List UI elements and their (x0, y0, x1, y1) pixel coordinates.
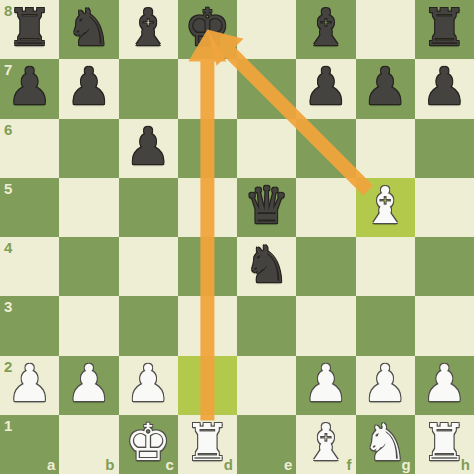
rank-label-6: 6 (4, 121, 12, 138)
piece-white-pawn[interactable]: ♟ (422, 358, 468, 409)
square-f3[interactable] (296, 296, 355, 355)
square-g8[interactable] (356, 0, 415, 59)
square-g7[interactable]: ♟ (356, 59, 415, 118)
piece-black-pawn[interactable]: ♟ (422, 61, 468, 112)
square-f6[interactable] (296, 119, 355, 178)
square-g5[interactable]: ♝ (356, 178, 415, 237)
square-c6[interactable]: ♟ (119, 119, 178, 178)
chess-board[interactable]: 8♜♞♝♚♝♜7♟♟♟♟♟6♟5♛♝4♞32♟♟♟♟♟♟1abc♚d♜ef♝g♞… (0, 0, 474, 474)
square-a2[interactable]: 2♟ (0, 356, 59, 415)
square-e1[interactable]: e (237, 415, 296, 474)
square-h1[interactable]: h♜ (415, 415, 474, 474)
square-h8[interactable]: ♜ (415, 0, 474, 59)
square-b7[interactable]: ♟ (59, 59, 118, 118)
square-a4[interactable]: 4 (0, 237, 59, 296)
file-label-a: a (47, 456, 55, 473)
piece-white-bishop[interactable]: ♝ (362, 180, 408, 231)
piece-black-pawn[interactable]: ♟ (362, 61, 408, 112)
piece-black-king[interactable]: ♚ (185, 2, 231, 53)
file-label-b: b (105, 456, 114, 473)
square-d2[interactable] (178, 356, 237, 415)
piece-black-pawn[interactable]: ♟ (303, 61, 349, 112)
piece-white-rook[interactable]: ♜ (185, 417, 231, 468)
square-d3[interactable] (178, 296, 237, 355)
piece-white-rook[interactable]: ♜ (422, 417, 468, 468)
square-b5[interactable] (59, 178, 118, 237)
square-h2[interactable]: ♟ (415, 356, 474, 415)
square-h3[interactable] (415, 296, 474, 355)
square-f4[interactable] (296, 237, 355, 296)
square-g4[interactable] (356, 237, 415, 296)
square-f7[interactable]: ♟ (296, 59, 355, 118)
square-d4[interactable] (178, 237, 237, 296)
square-b2[interactable]: ♟ (59, 356, 118, 415)
rank-label-1: 1 (4, 417, 12, 434)
piece-white-king[interactable]: ♚ (125, 417, 171, 468)
chess-app: 8♜♞♝♚♝♜7♟♟♟♟♟6♟5♛♝4♞32♟♟♟♟♟♟1abc♚d♜ef♝g♞… (0, 0, 474, 474)
piece-white-bishop[interactable]: ♝ (303, 417, 349, 468)
square-c5[interactable] (119, 178, 178, 237)
square-d5[interactable] (178, 178, 237, 237)
square-c4[interactable] (119, 237, 178, 296)
square-d8[interactable]: ♚ (178, 0, 237, 59)
square-b6[interactable] (59, 119, 118, 178)
square-f5[interactable] (296, 178, 355, 237)
piece-white-knight[interactable]: ♞ (362, 417, 408, 468)
square-b4[interactable] (59, 237, 118, 296)
square-c8[interactable]: ♝ (119, 0, 178, 59)
piece-white-pawn[interactable]: ♟ (7, 358, 53, 409)
square-f2[interactable]: ♟ (296, 356, 355, 415)
piece-white-pawn[interactable]: ♟ (362, 358, 408, 409)
square-e6[interactable] (237, 119, 296, 178)
square-h4[interactable] (415, 237, 474, 296)
square-f8[interactable]: ♝ (296, 0, 355, 59)
square-c1[interactable]: c♚ (119, 415, 178, 474)
piece-black-knight[interactable]: ♞ (244, 239, 290, 290)
piece-white-pawn[interactable]: ♟ (66, 358, 112, 409)
piece-black-queen[interactable]: ♛ (244, 180, 290, 231)
square-f1[interactable]: f♝ (296, 415, 355, 474)
square-h5[interactable] (415, 178, 474, 237)
square-e7[interactable] (237, 59, 296, 118)
square-d7[interactable] (178, 59, 237, 118)
square-e8[interactable] (237, 0, 296, 59)
square-h6[interactable] (415, 119, 474, 178)
rank-label-5: 5 (4, 180, 12, 197)
square-g2[interactable]: ♟ (356, 356, 415, 415)
piece-black-pawn[interactable]: ♟ (66, 61, 112, 112)
piece-black-bishop[interactable]: ♝ (303, 2, 349, 53)
file-label-e: e (284, 456, 292, 473)
piece-black-pawn[interactable]: ♟ (7, 61, 53, 112)
square-a8[interactable]: 8♜ (0, 0, 59, 59)
square-g1[interactable]: g♞ (356, 415, 415, 474)
square-h7[interactable]: ♟ (415, 59, 474, 118)
square-d1[interactable]: d♜ (178, 415, 237, 474)
piece-white-pawn[interactable]: ♟ (125, 358, 171, 409)
square-a1[interactable]: 1a (0, 415, 59, 474)
square-b1[interactable]: b (59, 415, 118, 474)
square-c2[interactable]: ♟ (119, 356, 178, 415)
piece-black-rook[interactable]: ♜ (422, 2, 468, 53)
square-c3[interactable] (119, 296, 178, 355)
piece-black-rook[interactable]: ♜ (7, 2, 53, 53)
square-e4[interactable]: ♞ (237, 237, 296, 296)
square-e2[interactable] (237, 356, 296, 415)
square-a6[interactable]: 6 (0, 119, 59, 178)
piece-black-bishop[interactable]: ♝ (125, 2, 171, 53)
square-d6[interactable] (178, 119, 237, 178)
square-g6[interactable] (356, 119, 415, 178)
square-b8[interactable]: ♞ (59, 0, 118, 59)
square-a7[interactable]: 7♟ (0, 59, 59, 118)
square-g3[interactable] (356, 296, 415, 355)
rank-label-3: 3 (4, 298, 12, 315)
piece-black-knight[interactable]: ♞ (66, 2, 112, 53)
square-b3[interactable] (59, 296, 118, 355)
square-a3[interactable]: 3 (0, 296, 59, 355)
square-e3[interactable] (237, 296, 296, 355)
square-e5[interactable]: ♛ (237, 178, 296, 237)
piece-black-pawn[interactable]: ♟ (125, 121, 171, 172)
rank-label-4: 4 (4, 239, 12, 256)
square-c7[interactable] (119, 59, 178, 118)
square-a5[interactable]: 5 (0, 178, 59, 237)
piece-white-pawn[interactable]: ♟ (303, 358, 349, 409)
